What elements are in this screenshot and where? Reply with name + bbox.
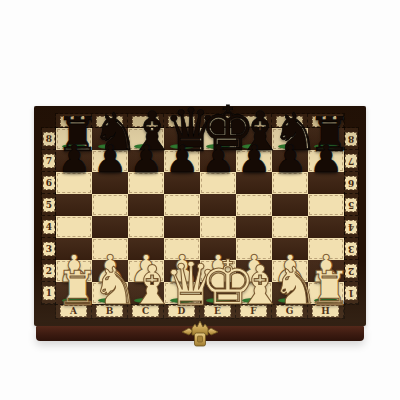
rank-label-cell-left-7: 7 [42,150,56,172]
rank-label-cell-left-3: 3 [42,238,56,260]
rank-label-cell-right-4: 4 [344,216,358,238]
rank-label-cell-left-8: 8 [42,128,56,150]
piece-black-pawn-h7[interactable]: ♟ [308,140,344,178]
rank-label-right-4: 4 [345,220,357,234]
rank-label-cell-left-4: 4 [42,216,56,238]
square-c5[interactable] [128,194,164,216]
piece-white-king-e1[interactable]: ♚ [200,252,236,314]
piece-black-pawn-d7[interactable]: ♟ [164,140,200,178]
photo-background: A B C D E F G H 8 7 6 5 4 3 2 1 8 7 6 5 … [0,0,400,400]
rank-label-left-8: 8 [43,132,55,146]
square-g4[interactable] [272,216,308,238]
border-ring-left: 8 7 6 5 4 3 2 1 [42,128,56,304]
rank-label-cell-left-2: 2 [42,260,56,282]
piece-white-knight-g1[interactable]: ♞ [272,260,308,312]
rank-label-cell-right-3: 3 [344,238,358,260]
rank-label-cell-left-6: 6 [42,172,56,194]
rank-label-left-4: 4 [43,220,55,234]
square-g5[interactable] [272,194,308,216]
rank-label-left-6: 6 [43,176,55,190]
rank-label-right-3: 3 [345,242,357,256]
rank-label-left-3: 3 [43,242,55,256]
square-e5[interactable] [200,194,236,216]
piece-white-knight-b1[interactable]: ♞ [92,260,128,312]
piece-black-pawn-g7[interactable]: ♟ [272,140,308,178]
piece-black-pawn-b7[interactable]: ♟ [92,140,128,178]
square-b5[interactable] [92,194,128,216]
square-d5[interactable] [164,194,200,216]
piece-white-rook-a1[interactable]: ♜ [56,264,92,312]
square-b4[interactable] [92,216,128,238]
piece-white-queen-d1[interactable]: ♛ [164,254,200,314]
square-f4[interactable] [236,216,272,238]
rank-label-cell-right-5: 5 [344,194,358,216]
piece-black-pawn-c7[interactable]: ♟ [128,140,164,178]
rank-label-cell-right-6: 6 [344,172,358,194]
rank-label-left-1: 1 [43,286,55,300]
rank-label-left-7: 7 [43,154,55,168]
rank-label-cell-left-5: 5 [42,194,56,216]
square-d4[interactable] [164,216,200,238]
rank-label-left-5: 5 [43,198,55,212]
square-a4[interactable] [56,216,92,238]
piece-white-bishop-c1[interactable]: ♝ [128,259,164,313]
square-h4[interactable] [308,216,344,238]
rank-label-cell-left-1: 1 [42,282,56,304]
rank-label-right-5: 5 [345,198,357,212]
brass-latch-icon [178,319,222,349]
square-a5[interactable] [56,194,92,216]
square-c4[interactable] [128,216,164,238]
square-f5[interactable] [236,194,272,216]
piece-black-pawn-e7[interactable]: ♟ [200,140,236,178]
square-h5[interactable] [308,194,344,216]
square-e4[interactable] [200,216,236,238]
piece-black-pawn-a7[interactable]: ♟ [56,140,92,178]
piece-white-bishop-f1[interactable]: ♝ [236,259,272,313]
rank-label-left-2: 2 [43,264,55,278]
piece-white-rook-h1[interactable]: ♜ [308,264,344,312]
piece-black-pawn-f7[interactable]: ♟ [236,140,272,178]
rank-label-right-6: 6 [345,176,357,190]
